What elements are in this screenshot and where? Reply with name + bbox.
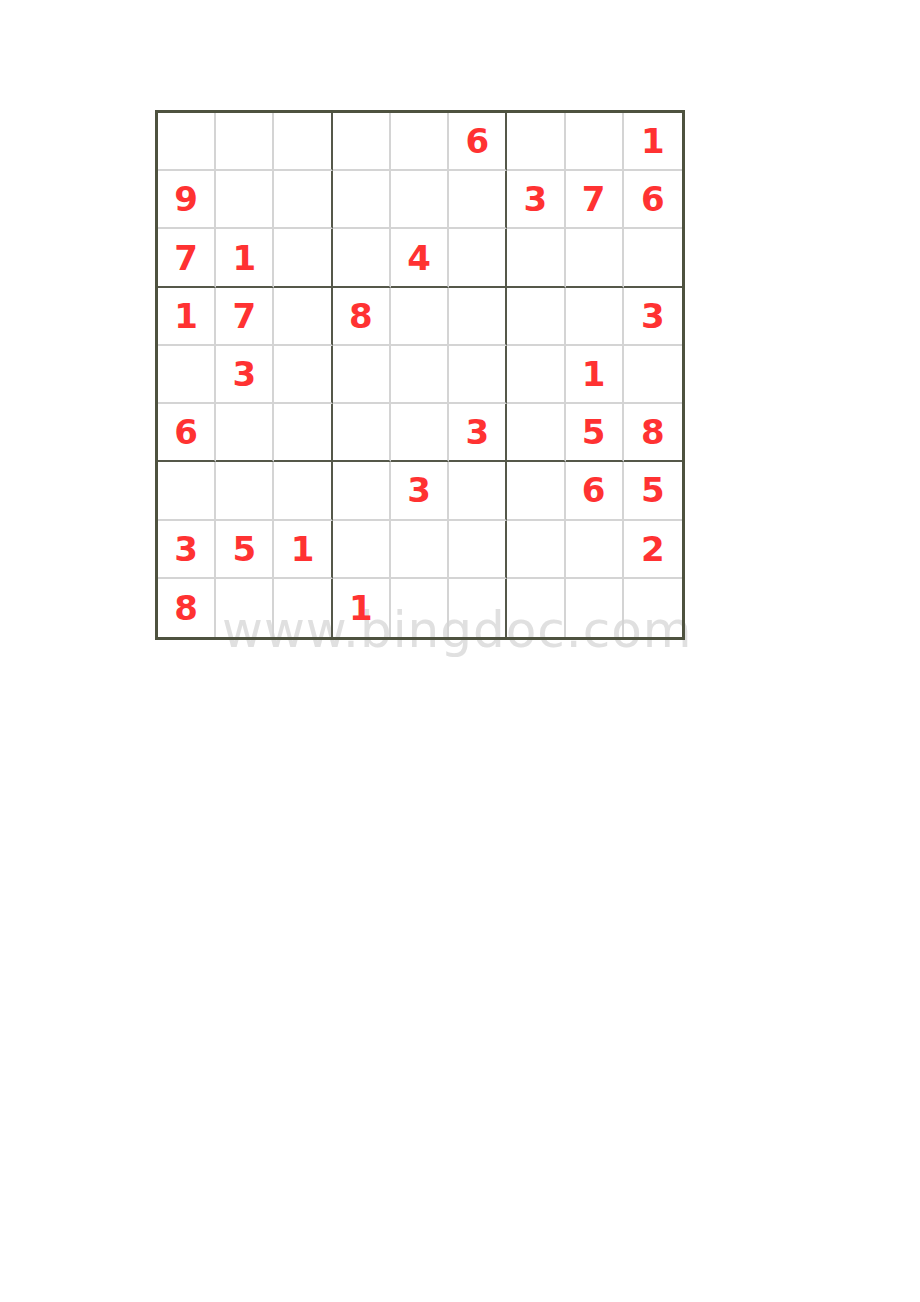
cell-r8c1[interactable]: 3 <box>158 521 216 579</box>
cell-r6c8[interactable]: 5 <box>566 404 624 462</box>
cell-r8c2[interactable]: 5 <box>216 521 274 579</box>
cell-r8c4[interactable] <box>333 521 391 579</box>
cell-r1c9[interactable]: 1 <box>624 113 682 171</box>
cell-r7c3[interactable] <box>274 462 332 520</box>
cell-r5c1[interactable] <box>158 346 216 404</box>
cell-r7c4[interactable] <box>333 462 391 520</box>
cell-r1c4[interactable] <box>333 113 391 171</box>
cell-r3c6[interactable] <box>449 229 507 287</box>
cell-r8c3[interactable]: 1 <box>274 521 332 579</box>
cell-r2c6[interactable] <box>449 171 507 229</box>
cell-r9c9[interactable] <box>624 579 682 637</box>
cell-r7c5[interactable]: 3 <box>391 462 449 520</box>
cell-r4c2[interactable]: 7 <box>216 288 274 346</box>
cell-r9c3[interactable] <box>274 579 332 637</box>
cell-r7c6[interactable] <box>449 462 507 520</box>
cell-r9c2[interactable] <box>216 579 274 637</box>
cell-r8c8[interactable] <box>566 521 624 579</box>
cell-r3c1[interactable]: 7 <box>158 229 216 287</box>
cell-r4c1[interactable]: 1 <box>158 288 216 346</box>
cell-r8c7[interactable] <box>507 521 565 579</box>
cell-r9c4[interactable]: 1 <box>333 579 391 637</box>
cell-r3c9[interactable] <box>624 229 682 287</box>
cell-r4c6[interactable] <box>449 288 507 346</box>
cell-r8c9[interactable]: 2 <box>624 521 682 579</box>
cell-r4c7[interactable] <box>507 288 565 346</box>
cell-r4c5[interactable] <box>391 288 449 346</box>
cell-r2c5[interactable] <box>391 171 449 229</box>
cell-r9c6[interactable] <box>449 579 507 637</box>
cell-r2c8[interactable]: 7 <box>566 171 624 229</box>
cell-r5c4[interactable] <box>333 346 391 404</box>
cell-r7c2[interactable] <box>216 462 274 520</box>
cell-r6c3[interactable] <box>274 404 332 462</box>
cell-r2c7[interactable]: 3 <box>507 171 565 229</box>
cell-r9c5[interactable] <box>391 579 449 637</box>
cell-r3c4[interactable] <box>333 229 391 287</box>
cell-r6c4[interactable] <box>333 404 391 462</box>
cell-r4c3[interactable] <box>274 288 332 346</box>
cell-r1c5[interactable] <box>391 113 449 171</box>
sudoku-board: 6193767141783316358365351281 <box>155 110 685 640</box>
cell-r3c8[interactable] <box>566 229 624 287</box>
cell-r5c7[interactable] <box>507 346 565 404</box>
cell-r2c9[interactable]: 6 <box>624 171 682 229</box>
cell-r8c5[interactable] <box>391 521 449 579</box>
cell-r9c1[interactable]: 8 <box>158 579 216 637</box>
cell-r2c2[interactable] <box>216 171 274 229</box>
cell-r7c1[interactable] <box>158 462 216 520</box>
cell-r7c9[interactable]: 5 <box>624 462 682 520</box>
cell-r1c6[interactable]: 6 <box>449 113 507 171</box>
cell-r2c1[interactable]: 9 <box>158 171 216 229</box>
cell-r6c5[interactable] <box>391 404 449 462</box>
cell-r9c7[interactable] <box>507 579 565 637</box>
cell-r6c7[interactable] <box>507 404 565 462</box>
cell-r9c8[interactable] <box>566 579 624 637</box>
cell-r3c2[interactable]: 1 <box>216 229 274 287</box>
cell-r4c8[interactable] <box>566 288 624 346</box>
cell-r1c8[interactable] <box>566 113 624 171</box>
cell-r7c8[interactable]: 6 <box>566 462 624 520</box>
cell-r7c7[interactable] <box>507 462 565 520</box>
cell-r4c4[interactable]: 8 <box>333 288 391 346</box>
cell-r5c9[interactable] <box>624 346 682 404</box>
cell-r5c8[interactable]: 1 <box>566 346 624 404</box>
cell-r2c4[interactable] <box>333 171 391 229</box>
cell-r1c3[interactable] <box>274 113 332 171</box>
cell-r3c3[interactable] <box>274 229 332 287</box>
cell-r5c3[interactable] <box>274 346 332 404</box>
cell-r3c7[interactable] <box>507 229 565 287</box>
cell-r6c9[interactable]: 8 <box>624 404 682 462</box>
cell-r8c6[interactable] <box>449 521 507 579</box>
cell-r5c5[interactable] <box>391 346 449 404</box>
document-page: www.bingdoc.com 619376714178331635836535… <box>0 0 920 1302</box>
cell-r1c1[interactable] <box>158 113 216 171</box>
cell-r6c1[interactable]: 6 <box>158 404 216 462</box>
cell-r6c2[interactable] <box>216 404 274 462</box>
cell-r5c6[interactable] <box>449 346 507 404</box>
cell-r1c7[interactable] <box>507 113 565 171</box>
cell-r2c3[interactable] <box>274 171 332 229</box>
cell-r4c9[interactable]: 3 <box>624 288 682 346</box>
cell-r1c2[interactable] <box>216 113 274 171</box>
cell-r3c5[interactable]: 4 <box>391 229 449 287</box>
cell-r6c6[interactable]: 3 <box>449 404 507 462</box>
cell-r5c2[interactable]: 3 <box>216 346 274 404</box>
